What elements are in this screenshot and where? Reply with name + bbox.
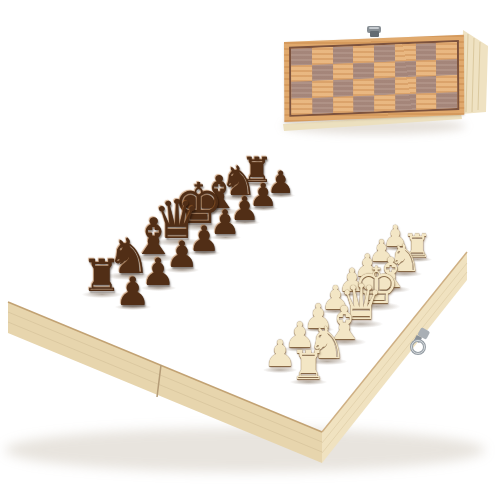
pieces-layer: ♜♞♝♛♚♝♞♜♟♟♟♟♟♟♟♟♟♟♟♟♟♟♟♟♜♞♝♛♚♝♞♜ — [0, 0, 500, 500]
pawn-icon: ♟ — [113, 272, 152, 311]
rook-icon: ♜ — [288, 345, 328, 385]
piece-black-pawn[interactable]: ♟ — [113, 272, 152, 311]
chess-set-product-photo: ♜♞♝♛♚♝♞♜♟♟♟♟♟♟♟♟♟♟♟♟♟♟♟♟♜♞♝♛♚♝♞♜ — [0, 0, 500, 500]
piece-white-rook[interactable]: ♜ — [288, 345, 328, 385]
